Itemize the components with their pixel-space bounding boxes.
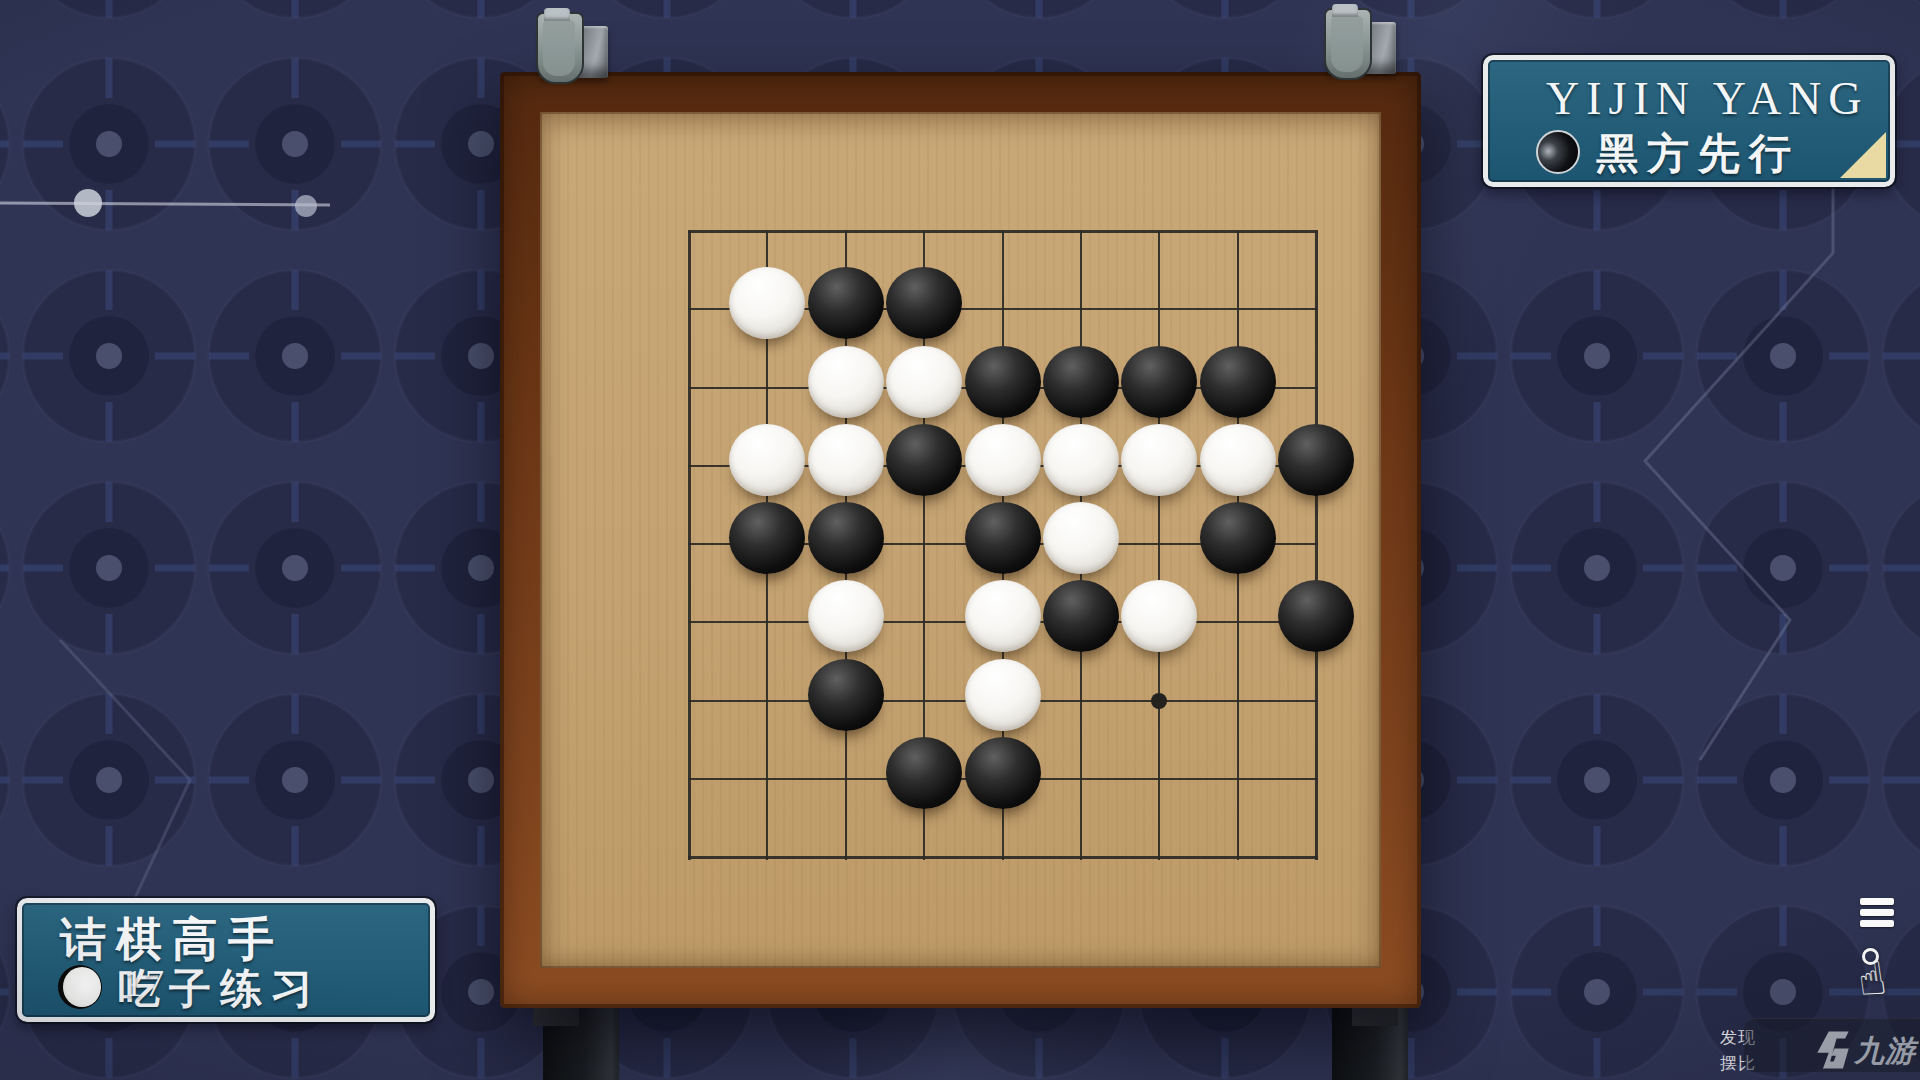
grid-line-vertical <box>1315 231 1318 860</box>
clamp-front <box>1324 8 1372 80</box>
stone-white <box>1121 580 1197 652</box>
stone-white <box>808 424 884 496</box>
stone-white <box>1200 424 1276 496</box>
stone-white <box>808 580 884 652</box>
stone-black <box>886 737 962 809</box>
star-point <box>1151 693 1167 709</box>
turn-row: 黑方先行 <box>1536 130 1866 178</box>
board-clamp-left <box>530 8 616 88</box>
game-screen: YIJIN YANG 黑方先行 诘棋高手 吃子练习17 ☝ 发现 摆比 九游 <box>0 0 1920 1080</box>
clamp-face <box>543 20 575 76</box>
cursor-hand-icon: ☝ <box>1852 948 1912 1010</box>
stone-black <box>1043 580 1119 652</box>
stone-black <box>965 502 1041 574</box>
grid-line-horizontal <box>688 230 1318 233</box>
corner-fold-icon <box>1840 132 1886 178</box>
stone-white <box>1121 424 1197 496</box>
board-surface <box>540 112 1381 968</box>
hamburger-menu-button[interactable] <box>1860 898 1900 932</box>
stone-white <box>808 346 884 418</box>
stone-white <box>965 580 1041 652</box>
stone-black <box>1278 424 1354 496</box>
turn-indicator-panel[interactable]: YIJIN YANG 黑方先行 <box>1483 55 1895 187</box>
grid-line-vertical <box>688 231 691 860</box>
stone-white <box>729 424 805 496</box>
stone-black <box>1121 346 1197 418</box>
grid-line-vertical <box>1158 231 1160 860</box>
board-frame <box>500 72 1421 1008</box>
goban-grid[interactable] <box>650 193 1355 896</box>
stone-black <box>808 659 884 731</box>
clamp-tab <box>544 8 570 21</box>
tap-ring-icon <box>1862 948 1879 965</box>
nine-game-g-icon <box>1814 1030 1852 1070</box>
black-stone-icon <box>1536 130 1580 174</box>
stone-black <box>729 502 805 574</box>
stone-black <box>965 737 1041 809</box>
stone-white <box>965 659 1041 731</box>
clamp-face <box>1331 16 1363 72</box>
stone-black <box>886 267 962 339</box>
stone-black <box>808 267 884 339</box>
board-clamp-right <box>1318 4 1404 84</box>
white-stone-icon <box>58 965 102 1009</box>
puzzle-info-panel: 诘棋高手 吃子练习17 <box>17 898 435 1022</box>
stone-black <box>1043 346 1119 418</box>
stone-black <box>1200 502 1276 574</box>
stone-white <box>886 346 962 418</box>
stone-black <box>1278 580 1354 652</box>
stone-white <box>1043 424 1119 496</box>
turn-label: 黑方先行 <box>1596 126 1800 182</box>
nine-game-watermark: 九游 <box>1814 1030 1918 1070</box>
grid-line-horizontal <box>688 856 1318 859</box>
stone-white <box>965 424 1041 496</box>
puzzle-number: 17 <box>124 961 166 1005</box>
stone-black <box>965 346 1041 418</box>
stone-black <box>1200 346 1276 418</box>
stone-white <box>729 267 805 339</box>
brand-title: YIJIN YANG <box>1546 72 1846 125</box>
hamburger-icon <box>1860 898 1894 905</box>
stone-black <box>886 424 962 496</box>
stone-black <box>808 502 884 574</box>
clamp-front <box>536 12 584 84</box>
stone-white <box>1043 502 1119 574</box>
puzzle-row: 吃子练习17 <box>58 965 418 1013</box>
clamp-tab <box>1332 4 1358 17</box>
